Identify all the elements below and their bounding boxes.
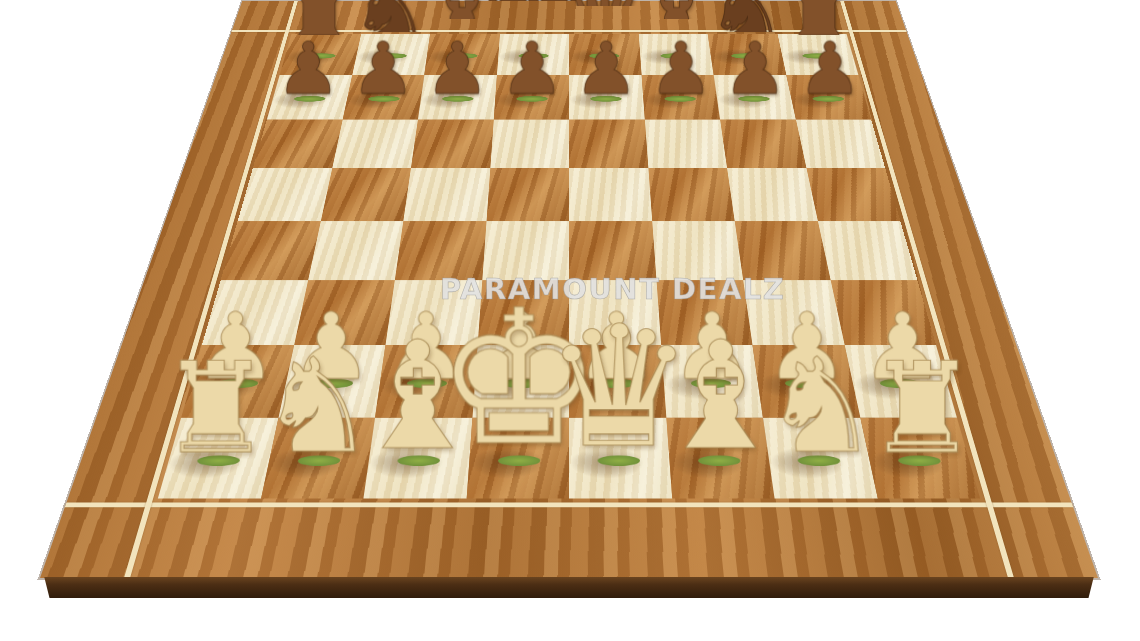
square-g4[interactable] [735,221,831,280]
black-pawn[interactable]: ♟ [574,33,639,105]
black-pawn[interactable]: ♟ [499,33,564,105]
square-d6[interactable] [490,119,569,168]
square-g5[interactable] [727,168,818,221]
square-a5[interactable] [238,168,332,221]
white-rook[interactable]: ♜ [160,346,272,471]
square-h6[interactable] [796,119,886,168]
chess-board: ♜♞♝♚♛♝♞♜♟♟♟♟♟♟♟♟♟♟♟♟♟♟♟♟♜♞♝♚♛♝♞♜ [40,1,1098,578]
square-b4[interactable] [308,221,404,280]
square-g1[interactable]: ♞ [763,417,877,498]
square-b5[interactable] [320,168,411,221]
board-3d-scene: ♜♞♝♚♛♝♞♜♟♟♟♟♟♟♟♟♟♟♟♟♟♟♟♟♜♞♝♚♛♝♞♜ [40,0,1098,578]
square-a7[interactable]: ♟ [267,75,352,119]
square-c6[interactable] [411,119,494,168]
black-pawn[interactable]: ♟ [425,33,490,105]
square-e7[interactable]: ♟ [569,75,645,119]
square-c5[interactable] [403,168,490,221]
frame-inlay-line-bottom [65,502,1073,507]
black-pawn[interactable]: ♟ [797,33,862,105]
white-rook[interactable]: ♜ [866,346,978,471]
black-pawn[interactable]: ♟ [723,33,788,105]
square-h4[interactable] [818,221,918,280]
product-photo-stage: ♜♞♝♚♛♝♞♜♟♟♟♟♟♟♟♟♟♟♟♟♟♟♟♟♜♞♝♚♛♝♞♜ PARAMOU… [0,0,1140,641]
square-f1[interactable]: ♝ [666,417,775,498]
playing-surface: ♜♞♝♚♛♝♞♜♟♟♟♟♟♟♟♟♟♟♟♟♟♟♟♟♜♞♝♚♛♝♞♜ [158,34,980,498]
square-f6[interactable] [645,119,728,168]
square-b7[interactable]: ♟ [342,75,424,119]
square-a6[interactable] [253,119,343,168]
square-h5[interactable] [806,168,900,221]
square-e6[interactable] [569,119,648,168]
black-pawn[interactable]: ♟ [276,33,341,105]
black-pawn[interactable]: ♟ [648,33,713,105]
square-c7[interactable]: ♟ [418,75,497,119]
board-side-edge [40,577,1098,598]
white-knight[interactable]: ♞ [763,341,880,471]
square-h7[interactable]: ♟ [786,75,871,119]
square-a4[interactable] [221,221,321,280]
square-f4[interactable] [652,221,743,280]
square-g7[interactable]: ♟ [714,75,796,119]
black-pawn[interactable]: ♟ [350,33,415,105]
square-h1[interactable]: ♜ [860,417,980,498]
square-f7[interactable]: ♟ [641,75,720,119]
square-f5[interactable] [648,168,735,221]
square-d5[interactable] [486,168,569,221]
square-b6[interactable] [332,119,418,168]
square-g6[interactable] [720,119,806,168]
square-d7[interactable]: ♟ [493,75,569,119]
square-e5[interactable] [569,168,652,221]
